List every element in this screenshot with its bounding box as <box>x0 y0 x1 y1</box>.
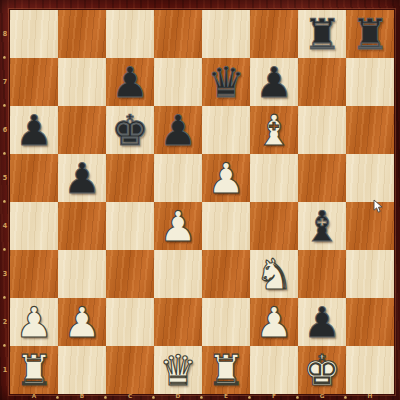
square-h4[interactable] <box>346 202 394 250</box>
square-a3[interactable] <box>10 250 58 298</box>
piece-black-bishop[interactable]: ♝ <box>298 202 346 250</box>
piece-white-pawn[interactable]: ♟ <box>202 154 250 202</box>
nail-icon <box>344 396 347 399</box>
nail-icon <box>104 396 107 399</box>
piece-black-pawn[interactable]: ♟ <box>154 106 202 154</box>
piece-black-rook[interactable]: ♜ <box>298 10 346 58</box>
nail-icon <box>56 396 59 399</box>
square-d6[interactable]: ♟ <box>154 106 202 154</box>
square-f7[interactable]: ♟ <box>250 58 298 106</box>
square-f8[interactable] <box>250 10 298 58</box>
file-label-f: F <box>257 394 292 399</box>
square-h2[interactable] <box>346 298 394 346</box>
square-b7[interactable] <box>58 58 106 106</box>
piece-black-rook[interactable]: ♜ <box>346 10 394 58</box>
square-g1[interactable]: ♚ <box>298 346 346 394</box>
nail-icon <box>3 200 6 203</box>
square-f5[interactable] <box>250 154 298 202</box>
square-e5[interactable]: ♟ <box>202 154 250 202</box>
rank-label-3: 3 <box>1 255 9 293</box>
piece-black-queen[interactable]: ♛ <box>202 58 250 106</box>
piece-white-rook[interactable]: ♜ <box>10 346 58 394</box>
square-g7[interactable] <box>298 58 346 106</box>
square-b2[interactable]: ♟ <box>58 298 106 346</box>
square-a2[interactable]: ♟ <box>10 298 58 346</box>
square-c4[interactable] <box>106 202 154 250</box>
piece-black-king[interactable]: ♚ <box>106 106 154 154</box>
rank-label-2: 2 <box>1 303 9 341</box>
square-g4[interactable]: ♝ <box>298 202 346 250</box>
square-a8[interactable] <box>10 10 58 58</box>
square-g5[interactable] <box>298 154 346 202</box>
square-a1[interactable]: ♜ <box>10 346 58 394</box>
square-e3[interactable] <box>202 250 250 298</box>
piece-white-pawn[interactable]: ♟ <box>10 298 58 346</box>
square-c3[interactable] <box>106 250 154 298</box>
square-d5[interactable] <box>154 154 202 202</box>
square-g8[interactable]: ♜ <box>298 10 346 58</box>
chessboard-frame: ♜♜♟♛♟♟♚♟♝♟♟♟♝♞♟♟♟♟♜♛♜♚ 87654321ABCDEFGH <box>0 0 400 400</box>
square-e6[interactable] <box>202 106 250 154</box>
piece-white-king[interactable]: ♚ <box>298 346 346 394</box>
square-c1[interactable] <box>106 346 154 394</box>
piece-black-pawn[interactable]: ♟ <box>58 154 106 202</box>
file-label-e: E <box>209 394 244 399</box>
square-e1[interactable]: ♜ <box>202 346 250 394</box>
rank-label-8: 8 <box>1 15 9 53</box>
square-b5[interactable]: ♟ <box>58 154 106 202</box>
piece-black-pawn[interactable]: ♟ <box>10 106 58 154</box>
square-g3[interactable] <box>298 250 346 298</box>
nail-icon <box>296 396 299 399</box>
square-b1[interactable] <box>58 346 106 394</box>
rank-label-7: 7 <box>1 63 9 101</box>
file-label-g: G <box>305 394 340 399</box>
nail-icon <box>3 152 6 155</box>
nail-icon <box>200 396 203 399</box>
square-b4[interactable] <box>58 202 106 250</box>
square-d1[interactable]: ♛ <box>154 346 202 394</box>
nail-icon <box>3 296 6 299</box>
nail-icon <box>3 56 6 59</box>
square-c7[interactable]: ♟ <box>106 58 154 106</box>
square-b6[interactable] <box>58 106 106 154</box>
square-d8[interactable] <box>154 10 202 58</box>
piece-white-rook[interactable]: ♜ <box>202 346 250 394</box>
piece-white-knight[interactable]: ♞ <box>250 250 298 298</box>
square-a7[interactable] <box>10 58 58 106</box>
piece-black-pawn[interactable]: ♟ <box>250 58 298 106</box>
file-label-b: B <box>65 394 100 399</box>
piece-white-pawn[interactable]: ♟ <box>58 298 106 346</box>
square-h7[interactable] <box>346 58 394 106</box>
square-a5[interactable] <box>10 154 58 202</box>
piece-white-pawn[interactable]: ♟ <box>250 298 298 346</box>
square-c8[interactable] <box>106 10 154 58</box>
file-label-h: H <box>353 394 388 399</box>
square-d4[interactable]: ♟ <box>154 202 202 250</box>
rank-label-5: 5 <box>1 159 9 197</box>
rank-label-1: 1 <box>1 351 9 389</box>
square-h8[interactable]: ♜ <box>346 10 394 58</box>
square-d3[interactable] <box>154 250 202 298</box>
nail-icon <box>152 396 155 399</box>
file-label-d: D <box>161 394 196 399</box>
rank-label-6: 6 <box>1 111 9 149</box>
square-b3[interactable] <box>58 250 106 298</box>
rank-label-4: 4 <box>1 207 9 245</box>
square-g2[interactable]: ♟ <box>298 298 346 346</box>
square-h5[interactable] <box>346 154 394 202</box>
piece-white-pawn[interactable]: ♟ <box>154 202 202 250</box>
square-f6[interactable]: ♝ <box>250 106 298 154</box>
square-f1[interactable] <box>250 346 298 394</box>
file-label-a: A <box>17 394 52 399</box>
square-a6[interactable]: ♟ <box>10 106 58 154</box>
square-c5[interactable] <box>106 154 154 202</box>
square-e8[interactable] <box>202 10 250 58</box>
square-b8[interactable] <box>58 10 106 58</box>
piece-white-bishop[interactable]: ♝ <box>250 106 298 154</box>
square-c6[interactable]: ♚ <box>106 106 154 154</box>
nail-icon <box>3 248 6 251</box>
square-f4[interactable] <box>250 202 298 250</box>
square-e4[interactable] <box>202 202 250 250</box>
file-label-c: C <box>113 394 148 399</box>
square-e2[interactable] <box>202 298 250 346</box>
nail-icon <box>248 396 251 399</box>
nail-icon <box>3 104 6 107</box>
piece-black-pawn[interactable]: ♟ <box>106 58 154 106</box>
square-c2[interactable] <box>106 298 154 346</box>
piece-white-queen[interactable]: ♛ <box>154 346 202 394</box>
square-f2[interactable]: ♟ <box>250 298 298 346</box>
square-g6[interactable] <box>298 106 346 154</box>
square-d2[interactable] <box>154 298 202 346</box>
square-e7[interactable]: ♛ <box>202 58 250 106</box>
square-a4[interactable] <box>10 202 58 250</box>
nail-icon <box>3 344 6 347</box>
square-h1[interactable] <box>346 346 394 394</box>
square-h6[interactable] <box>346 106 394 154</box>
square-h3[interactable] <box>346 250 394 298</box>
square-d7[interactable] <box>154 58 202 106</box>
piece-black-pawn[interactable]: ♟ <box>298 298 346 346</box>
chess-board[interactable]: ♜♜♟♛♟♟♚♟♝♟♟♟♝♞♟♟♟♟♜♛♜♚ <box>10 10 394 394</box>
square-f3[interactable]: ♞ <box>250 250 298 298</box>
